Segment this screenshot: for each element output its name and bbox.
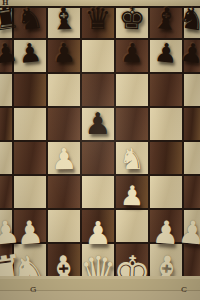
square-c4[interactable]: ♟: [48, 142, 82, 176]
square-b6[interactable]: [14, 74, 48, 108]
square-d7[interactable]: [82, 40, 116, 74]
square-c7[interactable]: ♟: [48, 40, 82, 74]
file-label-top-left: H: [2, 0, 9, 7]
square-d5[interactable]: ♟: [82, 108, 116, 142]
piece-black-pawn-e7[interactable]: ♟: [115, 36, 148, 69]
piece-white-knight-e4[interactable]: ♞: [116, 143, 149, 176]
piece-black-knight-b8[interactable]: ♞: [13, 2, 48, 35]
square-e5[interactable]: [116, 108, 150, 142]
piece-black-pawn-c7[interactable]: ♟: [47, 36, 80, 69]
piece-white-pawn-d2[interactable]: ♟: [82, 216, 114, 250]
piece-white-pawn-e3[interactable]: ♟: [116, 179, 149, 212]
square-g2[interactable]: ♟: [184, 210, 200, 244]
square-d6[interactable]: [82, 74, 116, 108]
piece-black-bishop-c8[interactable]: ♝: [47, 3, 81, 35]
piece-black-knight-g8[interactable]: ♞: [182, 3, 200, 35]
square-g3[interactable]: [184, 176, 200, 210]
square-f3[interactable]: [150, 176, 184, 210]
square-c8[interactable]: ♝: [48, 6, 82, 40]
piece-white-pawn-g2[interactable]: ♟: [182, 215, 200, 250]
square-b2[interactable]: ♟: [14, 210, 48, 244]
square-f5[interactable]: [150, 108, 184, 142]
piece-black-queen-d8[interactable]: ♛: [82, 4, 114, 34]
square-g4[interactable]: [184, 142, 200, 176]
square-e2[interactable]: [116, 210, 150, 244]
board-border-top: H: [0, 0, 200, 6]
square-g6[interactable]: [184, 74, 200, 108]
square-g7[interactable]: ♟: [184, 40, 200, 74]
file-label-bottom-left: G: [30, 285, 36, 294]
square-a3[interactable]: [0, 176, 14, 210]
square-c2[interactable]: [48, 210, 82, 244]
square-a2[interactable]: ♟: [0, 210, 14, 244]
square-d1[interactable]: ♛: [82, 244, 116, 278]
piece-black-king-e8[interactable]: ♚: [115, 3, 149, 35]
square-e4[interactable]: ♞: [116, 142, 150, 176]
square-a8[interactable]: ♜: [0, 6, 14, 40]
square-c5[interactable]: [48, 108, 82, 142]
square-c6[interactable]: [48, 74, 82, 108]
square-f4[interactable]: [150, 142, 184, 176]
square-e8[interactable]: ♚: [116, 6, 150, 40]
square-c3[interactable]: [48, 176, 82, 210]
piece-black-pawn-g7[interactable]: ♟: [182, 36, 200, 70]
square-a6[interactable]: [0, 74, 14, 108]
square-a4[interactable]: [0, 142, 14, 176]
square-e3[interactable]: ♟: [116, 176, 150, 210]
square-g8[interactable]: ♞: [184, 6, 200, 40]
square-g5[interactable]: [184, 108, 200, 142]
chess-photo: H ♜♞♝♛♚♝♞♟♟♟♟♟♟♟♟♞♟♟♟♟♟♟♜♞♝♛♚♝ G C: [0, 0, 200, 300]
square-d4[interactable]: [82, 142, 116, 176]
square-f6[interactable]: [150, 74, 184, 108]
piece-white-pawn-c4[interactable]: ♟: [48, 143, 81, 176]
square-f1[interactable]: ♝: [150, 244, 184, 278]
square-d2[interactable]: ♟: [82, 210, 116, 244]
chess-board[interactable]: ♜♞♝♛♚♝♞♟♟♟♟♟♟♟♟♞♟♟♟♟♟♟♜♞♝♛♚♝: [0, 6, 200, 278]
square-d8[interactable]: ♛: [82, 6, 116, 40]
board-border-bottom: G C: [0, 276, 200, 300]
square-b1[interactable]: ♞: [14, 244, 48, 278]
square-e7[interactable]: ♟: [116, 40, 150, 74]
square-d3[interactable]: [82, 176, 116, 210]
square-e6[interactable]: [116, 74, 150, 108]
piece-black-pawn-b7[interactable]: ♟: [13, 36, 48, 71]
square-b5[interactable]: [14, 108, 48, 142]
square-b4[interactable]: [14, 142, 48, 176]
square-a5[interactable]: [0, 108, 14, 142]
piece-black-pawn-d5[interactable]: ♟: [82, 108, 114, 140]
file-label-bottom-right: C: [181, 285, 187, 294]
square-a7[interactable]: ♟: [0, 40, 14, 74]
square-b7[interactable]: ♟: [14, 40, 48, 74]
square-c1[interactable]: ♝: [48, 244, 82, 278]
square-e1[interactable]: ♚: [116, 244, 150, 278]
square-b3[interactable]: [14, 176, 48, 210]
